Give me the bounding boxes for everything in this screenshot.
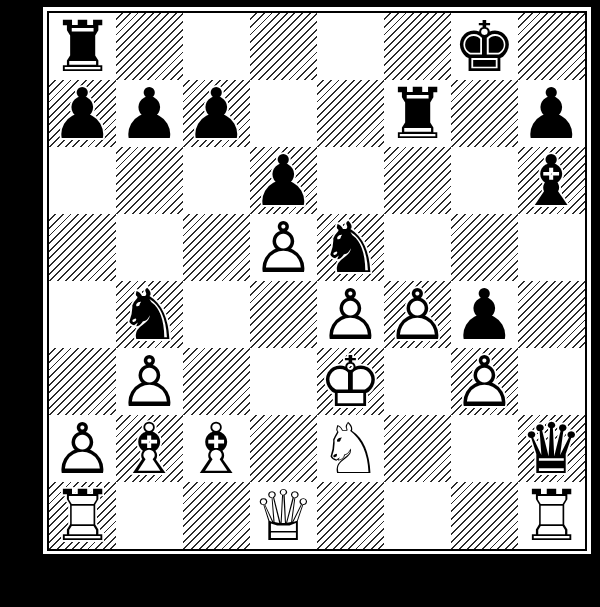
square-f3[interactable] (384, 348, 451, 415)
square-h4[interactable] (518, 281, 585, 348)
piece-white-pawn-e4: ♙ (317, 281, 384, 348)
piece-underlay: ♟ (49, 415, 116, 482)
chess-board-panel: ♜♜♚♚♟♟♟♟♟♟♜♜♟♟♟♟♝♝♟♙♞♞♞♞♟♙♟♙♟♟♟♙♚♔♟♙♟♙♝♗… (36, 0, 598, 561)
square-e5[interactable]: ♞♞ (317, 214, 384, 281)
square-h6[interactable]: ♝♝ (518, 147, 585, 214)
square-c4[interactable] (183, 281, 250, 348)
piece-white-pawn-g3: ♙ (451, 348, 518, 415)
square-a5[interactable] (49, 214, 116, 281)
square-c1[interactable] (183, 482, 250, 549)
square-b4[interactable]: ♞♞ (116, 281, 183, 348)
piece-black-pawn-g4: ♟ (451, 281, 518, 348)
piece-underlay: ♟ (451, 281, 518, 348)
square-h1[interactable]: ♜♖ (518, 482, 585, 549)
square-h7[interactable]: ♟♟ (518, 80, 585, 147)
square-g7[interactable] (451, 80, 518, 147)
square-d3[interactable] (250, 348, 317, 415)
piece-white-bishop-b2: ♗ (116, 415, 183, 482)
square-d4[interactable] (250, 281, 317, 348)
square-a8[interactable]: ♜♜ (49, 13, 116, 80)
piece-underlay: ♟ (116, 80, 183, 147)
square-h5[interactable] (518, 214, 585, 281)
piece-underlay: ♟ (49, 80, 116, 147)
square-d6[interactable]: ♟♟ (250, 147, 317, 214)
square-e6[interactable] (317, 147, 384, 214)
piece-underlay: ♟ (250, 214, 317, 281)
page-background: ♜♜♚♚♟♟♟♟♟♟♜♜♟♟♟♟♝♝♟♙♞♞♞♞♟♙♟♙♟♟♟♙♚♔♟♙♟♙♝♗… (0, 0, 600, 607)
square-g4[interactable]: ♟♟ (451, 281, 518, 348)
piece-black-rook-a8: ♜ (49, 13, 116, 80)
square-d2[interactable] (250, 415, 317, 482)
piece-underlay: ♛ (250, 482, 317, 549)
piece-white-king-e3: ♔ (317, 348, 384, 415)
piece-black-queen-h2: ♛ (518, 415, 585, 482)
piece-underlay: ♞ (317, 415, 384, 482)
piece-underlay: ♟ (317, 281, 384, 348)
square-d1[interactable]: ♛♕ (250, 482, 317, 549)
piece-underlay: ♟ (518, 80, 585, 147)
piece-white-pawn-b3: ♙ (116, 348, 183, 415)
square-e4[interactable]: ♟♙ (317, 281, 384, 348)
piece-underlay: ♜ (49, 482, 116, 549)
piece-black-pawn-h7: ♟ (518, 80, 585, 147)
square-g1[interactable] (451, 482, 518, 549)
square-d7[interactable] (250, 80, 317, 147)
piece-black-knight-e5: ♞ (317, 214, 384, 281)
square-b8[interactable] (116, 13, 183, 80)
square-g6[interactable] (451, 147, 518, 214)
piece-underlay: ♟ (384, 281, 451, 348)
piece-black-rook-f7: ♜ (384, 80, 451, 147)
square-c7[interactable]: ♟♟ (183, 80, 250, 147)
square-c3[interactable] (183, 348, 250, 415)
piece-black-king-g8: ♚ (451, 13, 518, 80)
piece-underlay: ♜ (384, 80, 451, 147)
piece-underlay: ♝ (518, 147, 585, 214)
square-f5[interactable] (384, 214, 451, 281)
piece-underlay: ♟ (250, 147, 317, 214)
square-g2[interactable] (451, 415, 518, 482)
square-e7[interactable] (317, 80, 384, 147)
square-f8[interactable] (384, 13, 451, 80)
piece-black-pawn-a7: ♟ (49, 80, 116, 147)
square-f6[interactable] (384, 147, 451, 214)
square-b2[interactable]: ♝♗ (116, 415, 183, 482)
square-a4[interactable] (49, 281, 116, 348)
square-a2[interactable]: ♟♙ (49, 415, 116, 482)
piece-underlay: ♚ (317, 348, 384, 415)
piece-underlay: ♟ (116, 348, 183, 415)
square-b1[interactable] (116, 482, 183, 549)
chess-board-frame: ♜♜♚♚♟♟♟♟♟♟♜♜♟♟♟♟♝♝♟♙♞♞♞♞♟♙♟♙♟♟♟♙♚♔♟♙♟♙♝♗… (47, 11, 587, 551)
piece-underlay: ♟ (183, 80, 250, 147)
square-a1[interactable]: ♜♖ (49, 482, 116, 549)
square-a7[interactable]: ♟♟ (49, 80, 116, 147)
piece-white-pawn-a2: ♙ (49, 415, 116, 482)
piece-white-rook-a1: ♖ (49, 482, 116, 549)
piece-white-pawn-f4: ♙ (384, 281, 451, 348)
square-f7[interactable]: ♜♜ (384, 80, 451, 147)
piece-underlay: ♝ (183, 415, 250, 482)
piece-underlay: ♞ (116, 281, 183, 348)
square-h8[interactable] (518, 13, 585, 80)
piece-black-pawn-d6: ♟ (250, 147, 317, 214)
piece-white-queen-d1: ♕ (250, 482, 317, 549)
piece-underlay: ♜ (518, 482, 585, 549)
chess-board: ♜♜♚♚♟♟♟♟♟♟♜♜♟♟♟♟♝♝♟♙♞♞♞♞♟♙♟♙♟♟♟♙♚♔♟♙♟♙♝♗… (49, 13, 585, 549)
piece-underlay: ♟ (451, 348, 518, 415)
piece-black-knight-b4: ♞ (116, 281, 183, 348)
square-c8[interactable] (183, 13, 250, 80)
piece-white-bishop-c2: ♗ (183, 415, 250, 482)
piece-black-bishop-h6: ♝ (518, 147, 585, 214)
square-f4[interactable]: ♟♙ (384, 281, 451, 348)
square-e2[interactable]: ♞♘ (317, 415, 384, 482)
square-f1[interactable] (384, 482, 451, 549)
square-b7[interactable]: ♟♟ (116, 80, 183, 147)
square-b3[interactable]: ♟♙ (116, 348, 183, 415)
square-g8[interactable]: ♚♚ (451, 13, 518, 80)
piece-white-knight-e2: ♘ (317, 415, 384, 482)
square-e8[interactable] (317, 13, 384, 80)
square-a3[interactable] (49, 348, 116, 415)
square-e1[interactable] (317, 482, 384, 549)
piece-underlay: ♛ (518, 415, 585, 482)
square-b6[interactable] (116, 147, 183, 214)
piece-black-pawn-b7: ♟ (116, 80, 183, 147)
square-g3[interactable]: ♟♙ (451, 348, 518, 415)
piece-white-pawn-d5: ♙ (250, 214, 317, 281)
square-g5[interactable] (451, 214, 518, 281)
square-h3[interactable] (518, 348, 585, 415)
square-e3[interactable]: ♚♔ (317, 348, 384, 415)
piece-underlay: ♞ (317, 214, 384, 281)
square-a6[interactable] (49, 147, 116, 214)
square-b5[interactable] (116, 214, 183, 281)
piece-underlay: ♜ (49, 13, 116, 80)
square-f2[interactable] (384, 415, 451, 482)
piece-underlay: ♚ (451, 13, 518, 80)
square-d8[interactable] (250, 13, 317, 80)
square-d5[interactable]: ♟♙ (250, 214, 317, 281)
square-c6[interactable] (183, 147, 250, 214)
square-c2[interactable]: ♝♗ (183, 415, 250, 482)
piece-underlay: ♝ (116, 415, 183, 482)
square-c5[interactable] (183, 214, 250, 281)
square-h2[interactable]: ♛♛ (518, 415, 585, 482)
piece-black-pawn-c7: ♟ (183, 80, 250, 147)
piece-white-rook-h1: ♖ (518, 482, 585, 549)
